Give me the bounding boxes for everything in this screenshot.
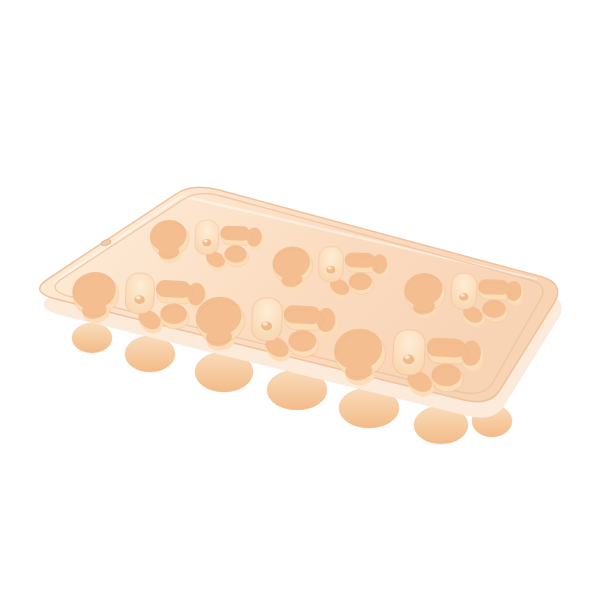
foot-bump (72, 323, 112, 353)
butterfly-mold-tray-image (0, 0, 600, 600)
product-photo-scene (0, 0, 600, 600)
